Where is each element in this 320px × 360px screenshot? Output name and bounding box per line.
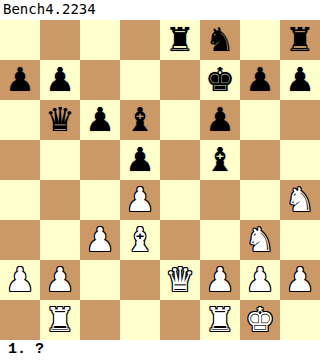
square-b6[interactable]: ♛ — [40, 100, 80, 140]
square-f3[interactable] — [200, 220, 240, 260]
square-c6[interactable]: ♟ — [80, 100, 120, 140]
square-h1[interactable] — [280, 300, 320, 340]
square-e5[interactable] — [160, 140, 200, 180]
square-e7[interactable] — [160, 60, 200, 100]
white-pawn: ♟ — [120, 180, 160, 220]
square-g7[interactable]: ♟ — [240, 60, 280, 100]
square-d5[interactable]: ♟ — [120, 140, 160, 180]
square-g1[interactable]: ♚ — [240, 300, 280, 340]
white-rook: ♜ — [40, 300, 80, 340]
square-b1[interactable]: ♜ — [40, 300, 80, 340]
square-g8[interactable] — [240, 20, 280, 60]
black-pawn: ♟ — [120, 140, 160, 180]
square-h3[interactable] — [280, 220, 320, 260]
square-a5[interactable] — [0, 140, 40, 180]
white-knight: ♞ — [240, 220, 280, 260]
square-h5[interactable] — [280, 140, 320, 180]
square-d2[interactable] — [120, 260, 160, 300]
square-d6[interactable]: ♝ — [120, 100, 160, 140]
black-rook: ♜ — [280, 20, 320, 60]
chess-board: ♜♞♜♟♟♚♟♟♛♟♝♟♟♝♟♞♟♝♞♟♟♛♟♟♟♜♜♚ — [0, 20, 320, 340]
black-king: ♚ — [200, 60, 240, 100]
square-b7[interactable]: ♟ — [40, 60, 80, 100]
square-e1[interactable] — [160, 300, 200, 340]
square-d4[interactable]: ♟ — [120, 180, 160, 220]
black-queen: ♛ — [40, 100, 80, 140]
square-a3[interactable] — [0, 220, 40, 260]
window-title: Bench4.2234 — [0, 0, 320, 20]
square-h8[interactable]: ♜ — [280, 20, 320, 60]
square-d1[interactable] — [120, 300, 160, 340]
black-pawn: ♟ — [40, 60, 80, 100]
square-h2[interactable]: ♟ — [280, 260, 320, 300]
square-g6[interactable] — [240, 100, 280, 140]
square-c7[interactable] — [80, 60, 120, 100]
black-pawn: ♟ — [200, 100, 240, 140]
square-a2[interactable]: ♟ — [0, 260, 40, 300]
black-rook: ♜ — [160, 20, 200, 60]
square-d3[interactable]: ♝ — [120, 220, 160, 260]
white-knight: ♞ — [280, 180, 320, 220]
square-c5[interactable] — [80, 140, 120, 180]
square-g3[interactable]: ♞ — [240, 220, 280, 260]
square-g4[interactable] — [240, 180, 280, 220]
white-king: ♚ — [240, 300, 280, 340]
white-pawn: ♟ — [240, 260, 280, 300]
square-f6[interactable]: ♟ — [200, 100, 240, 140]
square-f4[interactable] — [200, 180, 240, 220]
square-c4[interactable] — [80, 180, 120, 220]
square-e4[interactable] — [160, 180, 200, 220]
square-d8[interactable] — [120, 20, 160, 60]
white-pawn: ♟ — [80, 220, 120, 260]
square-a7[interactable]: ♟ — [0, 60, 40, 100]
square-c8[interactable] — [80, 20, 120, 60]
square-b2[interactable]: ♟ — [40, 260, 80, 300]
square-b8[interactable] — [40, 20, 80, 60]
square-f1[interactable]: ♜ — [200, 300, 240, 340]
square-f2[interactable]: ♟ — [200, 260, 240, 300]
square-f5[interactable]: ♝ — [200, 140, 240, 180]
black-pawn: ♟ — [240, 60, 280, 100]
white-rook: ♜ — [200, 300, 240, 340]
square-a8[interactable] — [0, 20, 40, 60]
square-h7[interactable]: ♟ — [280, 60, 320, 100]
square-b5[interactable] — [40, 140, 80, 180]
square-e8[interactable]: ♜ — [160, 20, 200, 60]
square-a1[interactable] — [0, 300, 40, 340]
square-c3[interactable]: ♟ — [80, 220, 120, 260]
square-h4[interactable]: ♞ — [280, 180, 320, 220]
square-f7[interactable]: ♚ — [200, 60, 240, 100]
white-pawn: ♟ — [280, 260, 320, 300]
square-g2[interactable]: ♟ — [240, 260, 280, 300]
black-pawn: ♟ — [80, 100, 120, 140]
square-e2[interactable]: ♛ — [160, 260, 200, 300]
black-knight: ♞ — [200, 20, 240, 60]
square-e6[interactable] — [160, 100, 200, 140]
square-d7[interactable] — [120, 60, 160, 100]
white-bishop: ♝ — [120, 220, 160, 260]
black-bishop: ♝ — [120, 100, 160, 140]
square-h6[interactable] — [280, 100, 320, 140]
square-g5[interactable] — [240, 140, 280, 180]
black-bishop: ♝ — [200, 140, 240, 180]
square-b3[interactable] — [40, 220, 80, 260]
square-f8[interactable]: ♞ — [200, 20, 240, 60]
square-c2[interactable] — [80, 260, 120, 300]
square-a4[interactable] — [0, 180, 40, 220]
move-prompt: 1. ? — [0, 340, 320, 360]
black-pawn: ♟ — [280, 60, 320, 100]
white-queen: ♛ — [160, 260, 200, 300]
square-a6[interactable] — [0, 100, 40, 140]
square-c1[interactable] — [80, 300, 120, 340]
black-pawn: ♟ — [0, 60, 40, 100]
square-b4[interactable] — [40, 180, 80, 220]
square-e3[interactable] — [160, 220, 200, 260]
white-pawn: ♟ — [200, 260, 240, 300]
white-pawn: ♟ — [40, 260, 80, 300]
white-pawn: ♟ — [0, 260, 40, 300]
